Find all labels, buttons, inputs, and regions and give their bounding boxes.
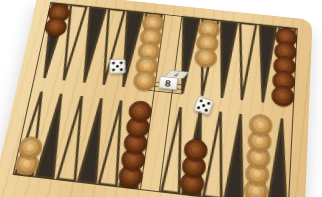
board-left-half bbox=[14, 3, 164, 189]
bottom-left-quadrant bbox=[14, 91, 152, 189]
photo-scene: 4 8 bbox=[0, 0, 322, 197]
die-1-showing-5[interactable] bbox=[109, 59, 126, 74]
die-pip bbox=[120, 68, 123, 71]
point-13[interactable] bbox=[273, 27, 297, 106]
top-left-quadrant bbox=[35, 3, 164, 90]
board-right-half bbox=[159, 17, 296, 197]
bottom-right-quadrant bbox=[159, 106, 292, 197]
backgammon-board: 4 8 bbox=[0, 0, 312, 197]
playing-field: 4 8 bbox=[12, 2, 297, 197]
doubling-cube[interactable]: 4 8 bbox=[158, 69, 184, 91]
top-right-quadrant bbox=[172, 17, 297, 106]
die-pip bbox=[204, 108, 208, 112]
